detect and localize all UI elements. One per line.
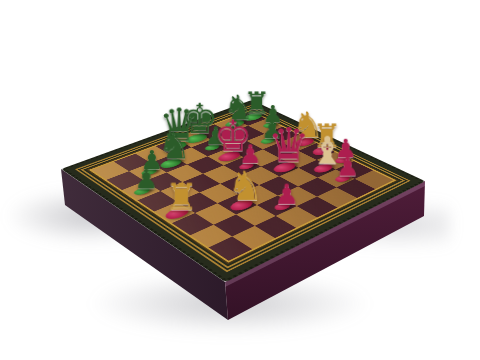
red-rook-icon: ♜ [155,177,207,216]
red-pawn-icon: ♟ [323,153,372,180]
chess-set-photo: ♛♚♞♜♟♞♟♟♟♟♟♚♟♞♜♛♜♞♝♟♟♟ [0,0,480,360]
red-pawn-icon: ♟ [261,180,312,209]
